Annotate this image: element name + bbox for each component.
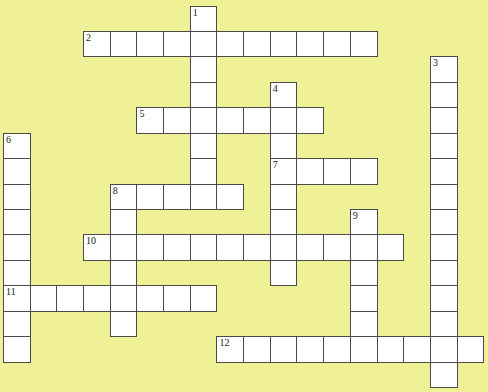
cell-r6-c10[interactable]: 7 bbox=[270, 158, 298, 184]
cell-r5-c10[interactable] bbox=[270, 133, 298, 159]
cell-r9-c10[interactable] bbox=[270, 234, 298, 260]
cell-r4-c8[interactable] bbox=[216, 107, 244, 133]
cell-r9-c12[interactable] bbox=[323, 234, 351, 260]
cell-r11-c13[interactable] bbox=[350, 285, 378, 311]
cell-r9-c0[interactable] bbox=[3, 234, 31, 260]
cell-r2-c7[interactable] bbox=[190, 56, 218, 82]
cell-r6-c16[interactable] bbox=[430, 158, 458, 184]
cell-r9-c4[interactable] bbox=[110, 234, 138, 260]
cell-r1-c4[interactable] bbox=[110, 31, 138, 57]
cell-r7-c0[interactable] bbox=[3, 184, 31, 210]
clue-number-1: 1 bbox=[193, 7, 198, 18]
cell-r9-c13[interactable] bbox=[350, 234, 378, 260]
cell-r9-c8[interactable] bbox=[216, 234, 244, 260]
crossword-board: 123456789101112 bbox=[0, 0, 488, 392]
cell-r9-c3[interactable]: 10 bbox=[83, 234, 111, 260]
cell-r1-c12[interactable] bbox=[323, 31, 351, 57]
cell-r13-c9[interactable] bbox=[243, 336, 271, 362]
cell-r9-c11[interactable] bbox=[296, 234, 324, 260]
cell-r13-c16[interactable] bbox=[430, 336, 458, 362]
cell-r14-c16[interactable] bbox=[430, 362, 458, 388]
cell-r13-c15[interactable] bbox=[403, 336, 431, 362]
cell-r7-c4[interactable]: 8 bbox=[110, 184, 138, 210]
cell-r11-c6[interactable] bbox=[163, 285, 191, 311]
cell-r8-c4[interactable] bbox=[110, 209, 138, 235]
cell-r4-c10[interactable] bbox=[270, 107, 298, 133]
cell-r7-c5[interactable] bbox=[136, 184, 164, 210]
cell-r13-c13[interactable] bbox=[350, 336, 378, 362]
clue-number-12: 12 bbox=[219, 337, 229, 348]
cell-r10-c13[interactable] bbox=[350, 260, 378, 286]
cell-r9-c6[interactable] bbox=[163, 234, 191, 260]
cell-r9-c9[interactable] bbox=[243, 234, 271, 260]
cell-r6-c12[interactable] bbox=[323, 158, 351, 184]
cell-r13-c8[interactable]: 12 bbox=[216, 336, 244, 362]
cell-r12-c13[interactable] bbox=[350, 311, 378, 337]
cell-r6-c0[interactable] bbox=[3, 158, 31, 184]
cell-r3-c7[interactable] bbox=[190, 82, 218, 108]
cell-r3-c10[interactable]: 4 bbox=[270, 82, 298, 108]
cell-r4-c6[interactable] bbox=[163, 107, 191, 133]
cell-r11-c0[interactable]: 11 bbox=[3, 285, 31, 311]
cell-r4-c7[interactable] bbox=[190, 107, 218, 133]
cell-r4-c9[interactable] bbox=[243, 107, 271, 133]
cell-r3-c16[interactable] bbox=[430, 82, 458, 108]
cell-r11-c7[interactable] bbox=[190, 285, 218, 311]
cell-r5-c16[interactable] bbox=[430, 133, 458, 159]
clue-number-6: 6 bbox=[6, 134, 11, 145]
cell-r0-c7[interactable]: 1 bbox=[190, 6, 218, 32]
cell-r12-c16[interactable] bbox=[430, 311, 458, 337]
cell-r4-c11[interactable] bbox=[296, 107, 324, 133]
cell-r1-c11[interactable] bbox=[296, 31, 324, 57]
clue-number-8: 8 bbox=[113, 185, 118, 196]
cell-r13-c14[interactable] bbox=[377, 336, 405, 362]
cell-r1-c7[interactable] bbox=[190, 31, 218, 57]
cell-r9-c7[interactable] bbox=[190, 234, 218, 260]
cell-r7-c10[interactable] bbox=[270, 184, 298, 210]
cell-r10-c0[interactable] bbox=[3, 260, 31, 286]
cell-r11-c5[interactable] bbox=[136, 285, 164, 311]
cell-r11-c4[interactable] bbox=[110, 285, 138, 311]
cell-r8-c13[interactable]: 9 bbox=[350, 209, 378, 235]
cell-r1-c8[interactable] bbox=[216, 31, 244, 57]
cell-r7-c6[interactable] bbox=[163, 184, 191, 210]
cell-r2-c16[interactable]: 3 bbox=[430, 56, 458, 82]
cell-r7-c7[interactable] bbox=[190, 184, 218, 210]
clue-number-9: 9 bbox=[353, 210, 358, 221]
cell-r1-c10[interactable] bbox=[270, 31, 298, 57]
clue-number-5: 5 bbox=[139, 108, 144, 119]
cell-r13-c12[interactable] bbox=[323, 336, 351, 362]
cell-r9-c14[interactable] bbox=[377, 234, 405, 260]
cell-r13-c10[interactable] bbox=[270, 336, 298, 362]
cell-r7-c8[interactable] bbox=[216, 184, 244, 210]
clue-number-2: 2 bbox=[86, 32, 91, 43]
cell-r11-c16[interactable] bbox=[430, 285, 458, 311]
clue-number-11: 11 bbox=[6, 286, 16, 297]
clue-number-3: 3 bbox=[433, 57, 438, 68]
cell-r5-c0[interactable]: 6 bbox=[3, 133, 31, 159]
clue-number-7: 7 bbox=[273, 159, 278, 170]
cell-r1-c5[interactable] bbox=[136, 31, 164, 57]
cell-r12-c0[interactable] bbox=[3, 311, 31, 337]
cell-r13-c17[interactable] bbox=[457, 336, 485, 362]
cell-r13-c0[interactable] bbox=[3, 336, 31, 362]
cell-r9-c16[interactable] bbox=[430, 234, 458, 260]
cell-r10-c16[interactable] bbox=[430, 260, 458, 286]
cell-r10-c10[interactable] bbox=[270, 260, 298, 286]
cell-r1-c13[interactable] bbox=[350, 31, 378, 57]
cell-r10-c4[interactable] bbox=[110, 260, 138, 286]
cell-r8-c0[interactable] bbox=[3, 209, 31, 235]
clue-number-10: 10 bbox=[86, 235, 96, 246]
cell-r1-c6[interactable] bbox=[163, 31, 191, 57]
cell-r8-c16[interactable] bbox=[430, 209, 458, 235]
cell-r13-c11[interactable] bbox=[296, 336, 324, 362]
cell-r9-c5[interactable] bbox=[136, 234, 164, 260]
clue-number-4: 4 bbox=[273, 83, 278, 94]
cell-r7-c16[interactable] bbox=[430, 184, 458, 210]
cell-r12-c4[interactable] bbox=[110, 311, 138, 337]
cell-r8-c10[interactable] bbox=[270, 209, 298, 235]
cell-r1-c9[interactable] bbox=[243, 31, 271, 57]
cell-r1-c3[interactable]: 2 bbox=[83, 31, 111, 57]
cell-r11-c2[interactable] bbox=[56, 285, 84, 311]
cell-r6-c7[interactable] bbox=[190, 158, 218, 184]
cell-r6-c11[interactable] bbox=[296, 158, 324, 184]
cell-r6-c13[interactable] bbox=[350, 158, 378, 184]
cell-r4-c16[interactable] bbox=[430, 107, 458, 133]
cell-r4-c5[interactable]: 5 bbox=[136, 107, 164, 133]
cell-r11-c1[interactable] bbox=[30, 285, 58, 311]
cell-r11-c3[interactable] bbox=[83, 285, 111, 311]
cell-r5-c7[interactable] bbox=[190, 133, 218, 159]
